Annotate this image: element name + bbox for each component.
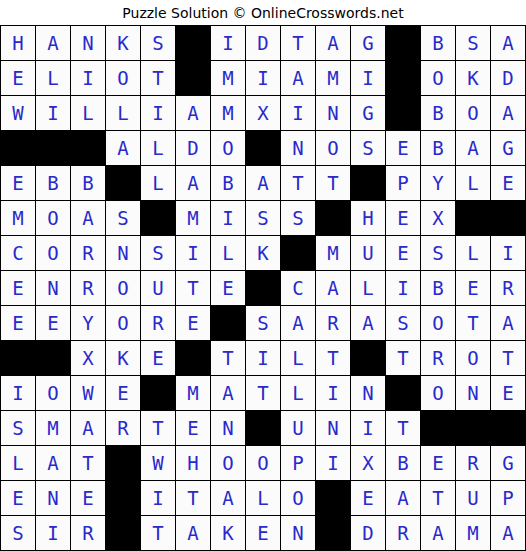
- letter-cell: D: [491, 61, 525, 95]
- letter-cell: I: [141, 481, 175, 515]
- letter-cell: O: [106, 306, 140, 340]
- letter-cell: U: [351, 236, 385, 270]
- letter-cell: N: [281, 131, 315, 165]
- letter-cell: I: [211, 26, 245, 60]
- letter-cell: I: [351, 61, 385, 95]
- crossword-grid: HANKSIDTAGBSAELIOTMIAMIOKDWILLIAMXINGBOA…: [0, 25, 526, 551]
- letter-cell: M: [211, 61, 245, 95]
- letter-cell: E: [211, 271, 245, 305]
- letter-cell: T: [246, 376, 280, 410]
- letter-cell: C: [1, 236, 35, 270]
- letter-cell: B: [71, 166, 105, 200]
- letter-cell: N: [456, 376, 490, 410]
- letter-cell: A: [421, 516, 455, 550]
- letter-cell: T: [281, 166, 315, 200]
- letter-cell: B: [36, 166, 70, 200]
- letter-cell: C: [281, 271, 315, 305]
- letter-cell: R: [71, 516, 105, 550]
- block-cell: [211, 306, 245, 340]
- letter-cell: D: [176, 131, 210, 165]
- letter-cell: R: [106, 411, 140, 445]
- letter-cell: H: [176, 446, 210, 480]
- letter-cell: T: [421, 481, 455, 515]
- letter-cell: L: [351, 271, 385, 305]
- letter-cell: I: [36, 516, 70, 550]
- block-cell: [246, 271, 280, 305]
- block-cell: [281, 236, 315, 270]
- block-cell: [316, 516, 350, 550]
- letter-cell: S: [1, 411, 35, 445]
- letter-cell: O: [211, 131, 245, 165]
- block-cell: [176, 26, 210, 60]
- letter-cell: A: [211, 376, 245, 410]
- letter-cell: E: [491, 166, 525, 200]
- block-cell: [1, 131, 35, 165]
- letter-cell: I: [246, 61, 280, 95]
- letter-cell: G: [491, 131, 525, 165]
- letter-cell: E: [386, 236, 420, 270]
- block-cell: [246, 411, 280, 445]
- letter-cell: S: [281, 201, 315, 235]
- letter-cell: B: [211, 166, 245, 200]
- letter-cell: S: [141, 26, 175, 60]
- puzzle-solution-page: Puzzle Solution © OnlineCrosswords.net H…: [0, 0, 526, 551]
- letter-cell: U: [141, 271, 175, 305]
- letter-cell: P: [386, 166, 420, 200]
- letter-cell: M: [36, 411, 70, 445]
- letter-cell: L: [246, 481, 280, 515]
- page-title: Puzzle Solution © OnlineCrosswords.net: [0, 0, 526, 25]
- letter-cell: A: [456, 131, 490, 165]
- letter-cell: A: [316, 26, 350, 60]
- letter-cell: L: [281, 341, 315, 375]
- letter-cell: A: [351, 306, 385, 340]
- letter-cell: E: [421, 446, 455, 480]
- letter-cell: I: [1, 376, 35, 410]
- letter-cell: E: [36, 306, 70, 340]
- letter-cell: O: [456, 96, 490, 130]
- letter-cell: O: [421, 376, 455, 410]
- letter-cell: Y: [421, 166, 455, 200]
- letter-cell: N: [106, 236, 140, 270]
- letter-cell: K: [211, 516, 245, 550]
- letter-cell: T: [456, 306, 490, 340]
- letter-cell: R: [71, 271, 105, 305]
- letter-cell: E: [246, 516, 280, 550]
- letter-cell: A: [386, 481, 420, 515]
- letter-cell: R: [141, 306, 175, 340]
- letter-cell: N: [316, 411, 350, 445]
- block-cell: [316, 201, 350, 235]
- letter-cell: S: [421, 236, 455, 270]
- letter-cell: L: [141, 166, 175, 200]
- letter-cell: E: [176, 306, 210, 340]
- letter-cell: X: [421, 201, 455, 235]
- letter-cell: R: [491, 271, 525, 305]
- letter-cell: R: [421, 341, 455, 375]
- letter-cell: T: [316, 166, 350, 200]
- letter-cell: W: [141, 446, 175, 480]
- block-cell: [491, 201, 525, 235]
- letter-cell: E: [71, 481, 105, 515]
- letter-cell: L: [1, 446, 35, 480]
- letter-cell: O: [421, 61, 455, 95]
- letter-cell: O: [36, 236, 70, 270]
- letter-cell: K: [246, 236, 280, 270]
- letter-cell: W: [1, 96, 35, 130]
- letter-cell: A: [491, 306, 525, 340]
- letter-cell: L: [71, 96, 105, 130]
- letter-cell: E: [176, 411, 210, 445]
- block-cell: [36, 131, 70, 165]
- letter-cell: T: [386, 341, 420, 375]
- letter-cell: I: [386, 271, 420, 305]
- letter-cell: T: [211, 341, 245, 375]
- letter-cell: B: [421, 271, 455, 305]
- letter-cell: H: [1, 26, 35, 60]
- letter-cell: E: [386, 201, 420, 235]
- letter-cell: L: [36, 61, 70, 95]
- block-cell: [176, 341, 210, 375]
- block-cell: [456, 411, 490, 445]
- letter-cell: E: [351, 481, 385, 515]
- letter-cell: A: [176, 96, 210, 130]
- block-cell: [246, 131, 280, 165]
- letter-cell: A: [71, 411, 105, 445]
- letter-cell: P: [491, 481, 525, 515]
- letter-cell: N: [36, 271, 70, 305]
- letter-cell: U: [281, 411, 315, 445]
- letter-cell: O: [211, 446, 245, 480]
- block-cell: [106, 481, 140, 515]
- letter-cell: I: [71, 61, 105, 95]
- letter-cell: O: [281, 481, 315, 515]
- letter-cell: I: [351, 411, 385, 445]
- block-cell: [386, 26, 420, 60]
- letter-cell: L: [211, 236, 245, 270]
- block-cell: [316, 481, 350, 515]
- letter-cell: B: [421, 26, 455, 60]
- letter-cell: K: [456, 61, 490, 95]
- letter-cell: L: [141, 131, 175, 165]
- block-cell: [106, 166, 140, 200]
- letter-cell: I: [211, 201, 245, 235]
- letter-cell: E: [386, 131, 420, 165]
- letter-cell: T: [176, 481, 210, 515]
- letter-cell: E: [106, 376, 140, 410]
- letter-cell: O: [456, 341, 490, 375]
- letter-cell: D: [351, 516, 385, 550]
- letter-cell: S: [246, 201, 280, 235]
- letter-cell: E: [1, 61, 35, 95]
- letter-cell: N: [211, 411, 245, 445]
- letter-cell: E: [1, 166, 35, 200]
- letter-cell: N: [71, 26, 105, 60]
- letter-cell: I: [246, 341, 280, 375]
- letter-cell: I: [491, 236, 525, 270]
- block-cell: [1, 341, 35, 375]
- block-cell: [176, 61, 210, 95]
- letter-cell: U: [456, 481, 490, 515]
- letter-cell: G: [351, 96, 385, 130]
- letter-cell: E: [1, 306, 35, 340]
- letter-cell: N: [351, 376, 385, 410]
- letter-cell: M: [211, 96, 245, 130]
- letter-cell: D: [246, 26, 280, 60]
- letter-cell: T: [491, 341, 525, 375]
- letter-cell: S: [1, 516, 35, 550]
- letter-cell: R: [386, 516, 420, 550]
- letter-cell: T: [316, 341, 350, 375]
- letter-cell: A: [71, 201, 105, 235]
- letter-cell: A: [176, 516, 210, 550]
- letter-cell: K: [106, 341, 140, 375]
- letter-cell: O: [36, 376, 70, 410]
- letter-cell: H: [351, 201, 385, 235]
- letter-cell: A: [211, 481, 245, 515]
- letter-cell: R: [71, 236, 105, 270]
- block-cell: [36, 341, 70, 375]
- letter-cell: L: [281, 376, 315, 410]
- letter-cell: M: [1, 201, 35, 235]
- letter-cell: B: [421, 131, 455, 165]
- letter-cell: A: [246, 166, 280, 200]
- letter-cell: T: [141, 516, 175, 550]
- letter-cell: K: [106, 26, 140, 60]
- letter-cell: I: [316, 376, 350, 410]
- letter-cell: A: [36, 26, 70, 60]
- letter-cell: S: [456, 26, 490, 60]
- block-cell: [491, 411, 525, 445]
- letter-cell: M: [456, 516, 490, 550]
- letter-cell: A: [36, 446, 70, 480]
- block-cell: [141, 201, 175, 235]
- block-cell: [421, 411, 455, 445]
- letter-cell: T: [281, 26, 315, 60]
- letter-cell: S: [386, 306, 420, 340]
- letter-cell: T: [176, 271, 210, 305]
- letter-cell: I: [176, 236, 210, 270]
- letter-cell: M: [316, 236, 350, 270]
- letter-cell: A: [176, 166, 210, 200]
- letter-cell: R: [316, 306, 350, 340]
- letter-cell: O: [106, 271, 140, 305]
- block-cell: [141, 376, 175, 410]
- letter-cell: O: [36, 201, 70, 235]
- block-cell: [351, 341, 385, 375]
- letter-cell: G: [351, 26, 385, 60]
- letter-cell: L: [456, 166, 490, 200]
- letter-cell: M: [176, 201, 210, 235]
- letter-cell: X: [246, 96, 280, 130]
- letter-cell: A: [281, 306, 315, 340]
- letter-cell: N: [316, 96, 350, 130]
- letter-cell: S: [351, 131, 385, 165]
- letter-cell: A: [491, 26, 525, 60]
- letter-cell: O: [106, 61, 140, 95]
- letter-cell: Y: [71, 306, 105, 340]
- letter-cell: S: [106, 201, 140, 235]
- letter-cell: P: [281, 446, 315, 480]
- block-cell: [351, 166, 385, 200]
- letter-cell: E: [141, 341, 175, 375]
- letter-cell: L: [456, 236, 490, 270]
- block-cell: [386, 96, 420, 130]
- letter-cell: T: [141, 61, 175, 95]
- letter-cell: A: [281, 61, 315, 95]
- letter-cell: X: [351, 446, 385, 480]
- letter-cell: O: [421, 306, 455, 340]
- letter-cell: M: [316, 61, 350, 95]
- block-cell: [386, 61, 420, 95]
- letter-cell: O: [316, 131, 350, 165]
- letter-cell: O: [246, 446, 280, 480]
- letter-cell: R: [456, 446, 490, 480]
- block-cell: [106, 516, 140, 550]
- letter-cell: A: [491, 516, 525, 550]
- block-cell: [456, 201, 490, 235]
- letter-cell: B: [386, 446, 420, 480]
- letter-cell: N: [281, 516, 315, 550]
- letter-cell: G: [491, 446, 525, 480]
- letter-cell: S: [246, 306, 280, 340]
- block-cell: [71, 131, 105, 165]
- letter-cell: E: [1, 481, 35, 515]
- letter-cell: A: [316, 271, 350, 305]
- letter-cell: E: [1, 271, 35, 305]
- letter-cell: A: [106, 131, 140, 165]
- letter-cell: T: [71, 446, 105, 480]
- letter-cell: T: [386, 411, 420, 445]
- block-cell: [106, 446, 140, 480]
- letter-cell: M: [176, 376, 210, 410]
- letter-cell: W: [71, 376, 105, 410]
- block-cell: [386, 376, 420, 410]
- letter-cell: I: [281, 96, 315, 130]
- letter-cell: X: [71, 341, 105, 375]
- letter-cell: S: [141, 236, 175, 270]
- letter-cell: B: [421, 96, 455, 130]
- letter-cell: I: [316, 446, 350, 480]
- letter-cell: E: [491, 376, 525, 410]
- letter-cell: A: [491, 96, 525, 130]
- letter-cell: I: [36, 96, 70, 130]
- letter-cell: T: [141, 411, 175, 445]
- letter-cell: I: [141, 96, 175, 130]
- letter-cell: L: [106, 96, 140, 130]
- letter-cell: N: [36, 481, 70, 515]
- letter-cell: E: [456, 271, 490, 305]
